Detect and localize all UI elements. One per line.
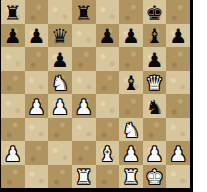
square-c5[interactable]: ♞: [48, 71, 72, 95]
piece-white-pawn[interactable]: ♟: [27, 97, 45, 117]
chess-board: ♜♜♚♟♟♛♟♟♝♟♟♟♞♝♛♟♟♟♞♞♟♝♟♟♟♜♜♚: [1, 0, 190, 188]
square-f1[interactable]: ♜: [119, 165, 143, 189]
square-a6[interactable]: [1, 47, 25, 71]
square-e3[interactable]: [96, 118, 120, 142]
square-e8[interactable]: [96, 0, 120, 24]
square-h6[interactable]: [166, 47, 190, 71]
square-g5[interactable]: ♛: [143, 71, 167, 95]
square-c3[interactable]: [48, 118, 72, 142]
piece-black-bishop[interactable]: ♝: [122, 73, 140, 93]
piece-white-pawn[interactable]: ♟: [146, 144, 164, 164]
square-b1[interactable]: [25, 165, 49, 189]
square-e4[interactable]: [96, 94, 120, 118]
square-h4[interactable]: [166, 94, 190, 118]
square-c4[interactable]: ♟: [48, 94, 72, 118]
piece-white-knight[interactable]: ♞: [51, 73, 69, 93]
square-f4[interactable]: [119, 94, 143, 118]
square-a7[interactable]: ♟: [1, 24, 25, 48]
square-c1[interactable]: [48, 165, 72, 189]
square-g1[interactable]: ♚: [143, 165, 167, 189]
piece-white-queen[interactable]: ♛: [146, 73, 164, 93]
piece-black-pawn[interactable]: ♟: [51, 50, 69, 70]
square-h5[interactable]: [166, 71, 190, 95]
square-g7[interactable]: ♝: [143, 24, 167, 48]
piece-black-queen[interactable]: ♛: [51, 26, 69, 46]
square-h8[interactable]: [166, 0, 190, 24]
square-a8[interactable]: ♜: [1, 0, 25, 24]
square-d6[interactable]: [72, 47, 96, 71]
square-b6[interactable]: [25, 47, 49, 71]
piece-white-rook[interactable]: ♜: [75, 167, 93, 187]
square-g3[interactable]: [143, 118, 167, 142]
square-a3[interactable]: [1, 118, 25, 142]
square-a2[interactable]: ♟: [1, 141, 25, 165]
square-e1[interactable]: [96, 165, 120, 189]
square-e6[interactable]: [96, 47, 120, 71]
piece-white-pawn[interactable]: ♟: [51, 97, 69, 117]
square-d1[interactable]: ♜: [72, 165, 96, 189]
square-b3[interactable]: [25, 118, 49, 142]
square-d4[interactable]: ♟: [72, 94, 96, 118]
piece-black-pawn[interactable]: ♟: [4, 26, 22, 46]
square-h1[interactable]: [166, 165, 190, 189]
square-g2[interactable]: ♟: [143, 141, 167, 165]
piece-white-pawn[interactable]: ♟: [75, 97, 93, 117]
piece-white-rook[interactable]: ♜: [122, 167, 140, 187]
square-d8[interactable]: ♜: [72, 0, 96, 24]
square-a4[interactable]: [1, 94, 25, 118]
piece-black-rook[interactable]: ♜: [4, 3, 22, 23]
square-g4[interactable]: ♞: [143, 94, 167, 118]
piece-white-king[interactable]: ♚: [146, 167, 164, 187]
piece-white-knight[interactable]: ♞: [122, 120, 140, 140]
square-d3[interactable]: [72, 118, 96, 142]
square-d7[interactable]: [72, 24, 96, 48]
square-b4[interactable]: ♟: [25, 94, 49, 118]
square-f3[interactable]: ♞: [119, 118, 143, 142]
square-f6[interactable]: [119, 47, 143, 71]
window-background-strip: [193, 0, 207, 192]
piece-black-pawn[interactable]: ♟: [169, 26, 187, 46]
square-f8[interactable]: [119, 0, 143, 24]
square-d2[interactable]: [72, 141, 96, 165]
square-f5[interactable]: ♝: [119, 71, 143, 95]
square-f7[interactable]: ♟: [119, 24, 143, 48]
square-a5[interactable]: [1, 71, 25, 95]
square-a1[interactable]: [1, 165, 25, 189]
square-e5[interactable]: [96, 71, 120, 95]
piece-black-pawn[interactable]: ♟: [146, 50, 164, 70]
square-c6[interactable]: ♟: [48, 47, 72, 71]
piece-black-pawn[interactable]: ♟: [122, 26, 140, 46]
square-b7[interactable]: ♟: [25, 24, 49, 48]
piece-black-bishop[interactable]: ♝: [146, 26, 164, 46]
square-b2[interactable]: [25, 141, 49, 165]
square-f2[interactable]: ♟: [119, 141, 143, 165]
piece-white-bishop[interactable]: ♝: [98, 144, 116, 164]
square-h2[interactable]: ♟: [166, 141, 190, 165]
piece-white-pawn[interactable]: ♟: [4, 144, 22, 164]
square-h3[interactable]: [166, 118, 190, 142]
square-g6[interactable]: ♟: [143, 47, 167, 71]
chess-app-window: ♜♜♚♟♟♛♟♟♝♟♟♟♞♝♛♟♟♟♞♞♟♝♟♟♟♜♜♚: [0, 0, 207, 192]
piece-black-pawn[interactable]: ♟: [27, 26, 45, 46]
square-d5[interactable]: [72, 71, 96, 95]
square-b8[interactable]: [25, 0, 49, 24]
piece-black-king[interactable]: ♚: [146, 3, 164, 23]
piece-black-knight[interactable]: ♞: [146, 97, 164, 117]
piece-white-pawn[interactable]: ♟: [169, 144, 187, 164]
piece-white-pawn[interactable]: ♟: [122, 144, 140, 164]
piece-black-pawn[interactable]: ♟: [98, 26, 116, 46]
square-c2[interactable]: [48, 141, 72, 165]
square-h7[interactable]: ♟: [166, 24, 190, 48]
piece-black-rook[interactable]: ♜: [75, 3, 93, 23]
chess-board-frame: ♜♜♚♟♟♛♟♟♝♟♟♟♞♝♛♟♟♟♞♞♟♝♟♟♟♜♜♚: [0, 0, 193, 192]
square-g8[interactable]: ♚: [143, 0, 167, 24]
square-e7[interactable]: ♟: [96, 24, 120, 48]
square-b5[interactable]: [25, 71, 49, 95]
square-e2[interactable]: ♝: [96, 141, 120, 165]
square-c8[interactable]: [48, 0, 72, 24]
square-c7[interactable]: ♛: [48, 24, 72, 48]
